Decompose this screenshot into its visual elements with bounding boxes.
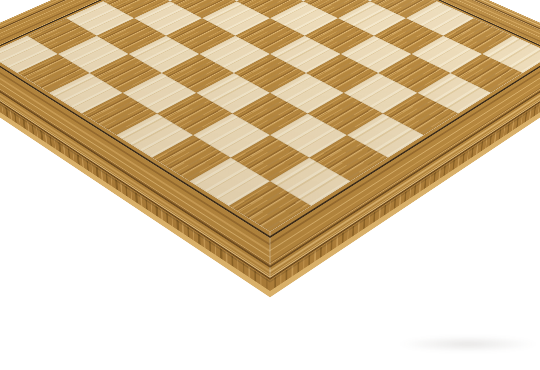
photo-background bbox=[0, 0, 540, 370]
chess-board bbox=[0, 0, 540, 277]
perspective-scene bbox=[0, 0, 540, 370]
board-shadow bbox=[398, 336, 538, 352]
